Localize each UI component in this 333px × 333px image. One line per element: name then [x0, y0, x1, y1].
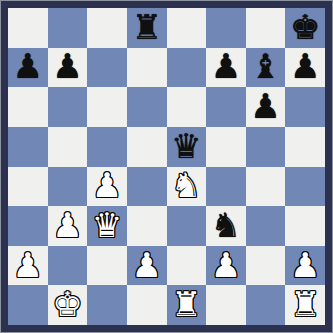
piece-white-pawn: ♟	[52, 208, 82, 242]
chess-board-frame: ♜♚♟♟♟♝♟♟♛♟♞♟♛♞♟♟♟♟♚♜♜	[0, 0, 333, 333]
square-a5[interactable]	[8, 127, 48, 167]
square-e5[interactable]: ♛	[167, 127, 207, 167]
square-d1[interactable]	[127, 285, 167, 325]
square-f6[interactable]	[206, 87, 246, 127]
square-c8[interactable]	[87, 8, 127, 48]
square-g5[interactable]	[246, 127, 286, 167]
square-a4[interactable]	[8, 167, 48, 207]
square-b2[interactable]	[48, 246, 88, 286]
square-b8[interactable]	[48, 8, 88, 48]
piece-white-pawn: ♟	[92, 168, 122, 202]
piece-white-knight: ♞	[171, 168, 201, 202]
square-g6[interactable]: ♟	[246, 87, 286, 127]
piece-white-queen: ♛	[92, 208, 122, 242]
piece-white-rook: ♜	[290, 287, 320, 321]
piece-white-king: ♚	[52, 287, 82, 321]
piece-black-pawn: ♟	[250, 89, 280, 123]
square-f5[interactable]	[206, 127, 246, 167]
piece-black-bishop: ♝	[250, 49, 280, 83]
square-e4[interactable]: ♞	[167, 167, 207, 207]
square-d4[interactable]	[127, 167, 167, 207]
square-d3[interactable]	[127, 206, 167, 246]
piece-black-rook: ♜	[131, 10, 161, 44]
square-a3[interactable]	[8, 206, 48, 246]
square-g7[interactable]: ♝	[246, 48, 286, 88]
square-h3[interactable]	[285, 206, 325, 246]
piece-black-pawn: ♟	[211, 49, 241, 83]
square-g2[interactable]	[246, 246, 286, 286]
square-e6[interactable]	[167, 87, 207, 127]
square-a6[interactable]	[8, 87, 48, 127]
square-d2[interactable]: ♟	[127, 246, 167, 286]
square-h8[interactable]: ♚	[285, 8, 325, 48]
piece-white-pawn: ♟	[13, 248, 43, 282]
square-d6[interactable]	[127, 87, 167, 127]
square-d8[interactable]: ♜	[127, 8, 167, 48]
piece-black-king: ♚	[290, 10, 320, 44]
piece-white-rook: ♜	[171, 287, 201, 321]
square-h1[interactable]: ♜	[285, 285, 325, 325]
square-h4[interactable]	[285, 167, 325, 207]
square-b7[interactable]: ♟	[48, 48, 88, 88]
square-c2[interactable]	[87, 246, 127, 286]
square-g1[interactable]	[246, 285, 286, 325]
square-g4[interactable]	[246, 167, 286, 207]
piece-black-knight: ♞	[211, 208, 241, 242]
chess-board: ♜♚♟♟♟♝♟♟♛♟♞♟♛♞♟♟♟♟♚♜♜	[8, 8, 325, 325]
square-f1[interactable]	[206, 285, 246, 325]
square-g8[interactable]	[246, 8, 286, 48]
square-e1[interactable]: ♜	[167, 285, 207, 325]
square-b3[interactable]: ♟	[48, 206, 88, 246]
square-h7[interactable]: ♟	[285, 48, 325, 88]
square-b5[interactable]	[48, 127, 88, 167]
square-d5[interactable]	[127, 127, 167, 167]
square-e3[interactable]	[167, 206, 207, 246]
square-f8[interactable]	[206, 8, 246, 48]
square-f4[interactable]	[206, 167, 246, 207]
square-c4[interactable]: ♟	[87, 167, 127, 207]
square-c3[interactable]: ♛	[87, 206, 127, 246]
square-c5[interactable]	[87, 127, 127, 167]
square-d7[interactable]	[127, 48, 167, 88]
square-f2[interactable]: ♟	[206, 246, 246, 286]
square-h5[interactable]	[285, 127, 325, 167]
square-b1[interactable]: ♚	[48, 285, 88, 325]
piece-black-pawn: ♟	[290, 49, 320, 83]
square-a7[interactable]: ♟	[8, 48, 48, 88]
square-a1[interactable]	[8, 285, 48, 325]
square-f7[interactable]: ♟	[206, 48, 246, 88]
square-e2[interactable]	[167, 246, 207, 286]
square-f3[interactable]: ♞	[206, 206, 246, 246]
piece-black-queen: ♛	[171, 129, 201, 163]
square-a2[interactable]: ♟	[8, 246, 48, 286]
square-b4[interactable]	[48, 167, 88, 207]
square-b6[interactable]	[48, 87, 88, 127]
square-e7[interactable]	[167, 48, 207, 88]
square-a8[interactable]	[8, 8, 48, 48]
square-c6[interactable]	[87, 87, 127, 127]
square-g3[interactable]	[246, 206, 286, 246]
square-e8[interactable]	[167, 8, 207, 48]
square-h2[interactable]: ♟	[285, 246, 325, 286]
piece-black-pawn: ♟	[52, 49, 82, 83]
piece-white-pawn: ♟	[211, 248, 241, 282]
square-h6[interactable]	[285, 87, 325, 127]
piece-white-pawn: ♟	[290, 248, 320, 282]
piece-black-pawn: ♟	[13, 49, 43, 83]
piece-white-pawn: ♟	[131, 248, 161, 282]
square-c1[interactable]	[87, 285, 127, 325]
square-c7[interactable]	[87, 48, 127, 88]
